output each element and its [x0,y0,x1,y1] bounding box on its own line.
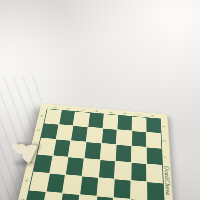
board-square [80,176,98,196]
board-square [116,145,131,162]
board-square [25,191,45,200]
coordinate-label: e [25,179,30,181]
coordinate-label: a [162,125,166,127]
board-square [53,140,70,157]
board-square [95,197,113,200]
coordinate-label: f [20,199,25,200]
coordinate-label: 6 [123,112,127,114]
board-square [147,148,162,165]
chess-board: 12345678 12345678 abcdefgh abcdefgh Quad… [2,7,200,200]
board-square [97,178,114,198]
coordinate-label: b [163,140,167,142]
board-square [102,128,117,144]
board-square [74,112,90,127]
board-square [99,160,115,178]
board-square [113,198,130,200]
board-square [86,127,102,143]
board-square [147,182,163,200]
board-square [114,179,130,199]
board-square [42,192,62,200]
brand-text: QuadChess [162,165,172,195]
coordinate-label: 1 [53,106,57,108]
board-square [115,161,131,179]
board-square [56,125,73,141]
board-square [59,110,75,125]
board-square [131,180,147,200]
board-square [147,132,162,148]
coordinate-label: b [37,129,41,131]
board-square [60,194,79,200]
coordinate-label: 8 [151,115,155,117]
board-square [118,115,132,130]
board-square [147,164,163,182]
board-square [69,141,86,158]
coordinate-label: 4 [95,110,99,112]
board-square [82,159,99,177]
coordinate-label: 2 [67,108,71,110]
coordinate-label: c [164,156,168,158]
board-square [88,113,103,128]
board-square [131,163,146,181]
coordinate-label: 3 [81,109,85,111]
board-square [103,114,118,129]
coordinate-label: 7 [137,114,141,116]
board-square [84,142,100,159]
board-square [100,144,116,161]
board-square [66,157,84,175]
board-square [117,130,132,146]
board-square [71,126,87,142]
board-square [50,156,68,174]
board-square [46,173,65,193]
coordinate-label: a [40,115,44,117]
board-square [147,118,161,133]
board-square [132,146,147,163]
board-square [78,195,96,200]
coordinate-label: 5 [109,111,113,113]
board-square [132,131,146,147]
board-square [63,175,81,195]
board-square [132,117,146,132]
